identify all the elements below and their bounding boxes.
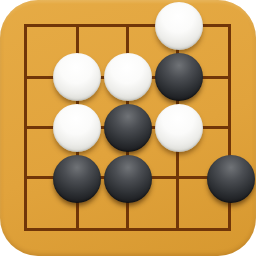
go-stone-black	[207, 155, 255, 203]
go-stone-white	[53, 53, 101, 101]
stones-layer	[0, 0, 256, 256]
go-stone-white	[53, 104, 101, 152]
go-app-icon	[0, 0, 256, 256]
go-stone-white	[155, 104, 203, 152]
go-stone-white	[155, 2, 203, 50]
go-stone-black	[53, 155, 101, 203]
go-stone-black	[155, 53, 203, 101]
go-stone-white	[104, 53, 152, 101]
go-stone-black	[104, 155, 152, 203]
go-stone-black	[104, 104, 152, 152]
